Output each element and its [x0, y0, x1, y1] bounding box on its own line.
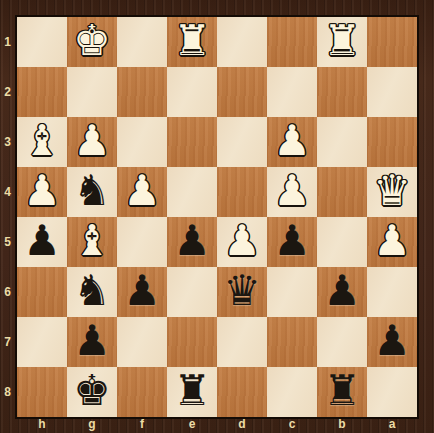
square-e8[interactable]: ♜	[167, 367, 217, 417]
square-a7[interactable]: ♟	[367, 317, 417, 367]
black-pawn-c5[interactable]: ♟	[267, 217, 317, 267]
square-g6[interactable]: ♞	[67, 267, 117, 317]
black-pawn-g7[interactable]: ♟	[67, 317, 117, 367]
square-c7[interactable]	[267, 317, 317, 367]
file-label-d: d	[217, 417, 267, 433]
chess-board: ♚♜♜♝♟♟♟♞♟♟♛♟♝♟♟♟♟♞♟♛♟♟♟♚♜♜	[17, 17, 417, 417]
black-queen-d6[interactable]: ♛	[217, 267, 267, 317]
square-f3[interactable]	[117, 117, 167, 167]
white-bishop-g5[interactable]: ♝	[67, 217, 117, 267]
square-e1[interactable]: ♜	[167, 17, 217, 67]
square-e2[interactable]	[167, 67, 217, 117]
file-label-b: b	[317, 417, 367, 433]
square-b6[interactable]: ♟	[317, 267, 367, 317]
rank-label-2: 2	[0, 67, 15, 117]
square-b5[interactable]	[317, 217, 367, 267]
square-d5[interactable]: ♟	[217, 217, 267, 267]
square-a3[interactable]	[367, 117, 417, 167]
white-pawn-c4[interactable]: ♟	[267, 167, 317, 217]
square-g8[interactable]: ♚	[67, 367, 117, 417]
square-h6[interactable]	[17, 267, 67, 317]
square-d3[interactable]	[217, 117, 267, 167]
square-a1[interactable]	[367, 17, 417, 67]
square-c4[interactable]: ♟	[267, 167, 317, 217]
black-rook-e8[interactable]: ♜	[167, 367, 217, 417]
square-a5[interactable]: ♟	[367, 217, 417, 267]
square-d6[interactable]: ♛	[217, 267, 267, 317]
square-f7[interactable]	[117, 317, 167, 367]
square-h3[interactable]: ♝	[17, 117, 67, 167]
white-pawn-f4[interactable]: ♟	[117, 167, 167, 217]
square-c6[interactable]	[267, 267, 317, 317]
square-g2[interactable]	[67, 67, 117, 117]
square-e4[interactable]	[167, 167, 217, 217]
square-c3[interactable]: ♟	[267, 117, 317, 167]
square-g1[interactable]: ♚	[67, 17, 117, 67]
file-label-c: c	[267, 417, 317, 433]
white-pawn-c3[interactable]: ♟	[267, 117, 317, 167]
square-c5[interactable]: ♟	[267, 217, 317, 267]
white-king-g1[interactable]: ♚	[67, 17, 117, 67]
square-f4[interactable]: ♟	[117, 167, 167, 217]
white-pawn-a5[interactable]: ♟	[367, 217, 417, 267]
square-b4[interactable]	[317, 167, 367, 217]
square-h7[interactable]	[17, 317, 67, 367]
square-e7[interactable]	[167, 317, 217, 367]
square-f6[interactable]: ♟	[117, 267, 167, 317]
square-g7[interactable]: ♟	[67, 317, 117, 367]
square-h5[interactable]: ♟	[17, 217, 67, 267]
rank-label-5: 5	[0, 217, 15, 267]
black-knight-g6[interactable]: ♞	[67, 267, 117, 317]
white-rook-e1[interactable]: ♜	[167, 17, 217, 67]
black-rook-b8[interactable]: ♜	[317, 367, 367, 417]
square-c1[interactable]	[267, 17, 317, 67]
black-pawn-f6[interactable]: ♟	[117, 267, 167, 317]
black-pawn-h5[interactable]: ♟	[17, 217, 67, 267]
square-f1[interactable]	[117, 17, 167, 67]
square-e6[interactable]	[167, 267, 217, 317]
white-rook-b1[interactable]: ♜	[317, 17, 367, 67]
file-label-g: g	[67, 417, 117, 433]
square-h1[interactable]	[17, 17, 67, 67]
rank-label-8: 8	[0, 367, 15, 417]
square-f2[interactable]	[117, 67, 167, 117]
black-king-g8[interactable]: ♚	[67, 367, 117, 417]
white-pawn-d5[interactable]: ♟	[217, 217, 267, 267]
board-frame: 12345678 ♚♜♜♝♟♟♟♞♟♟♛♟♝♟♟♟♟♞♟♛♟♟♟♚♜♜ hgfe…	[0, 0, 434, 433]
square-d1[interactable]	[217, 17, 267, 67]
square-g5[interactable]: ♝	[67, 217, 117, 267]
square-b7[interactable]	[317, 317, 367, 367]
square-a6[interactable]	[367, 267, 417, 317]
rank-label-3: 3	[0, 117, 15, 167]
square-h4[interactable]: ♟	[17, 167, 67, 217]
black-pawn-e5[interactable]: ♟	[167, 217, 217, 267]
file-label-h: h	[17, 417, 67, 433]
square-d7[interactable]	[217, 317, 267, 367]
square-h8[interactable]	[17, 367, 67, 417]
square-a2[interactable]	[367, 67, 417, 117]
square-a8[interactable]	[367, 367, 417, 417]
square-d2[interactable]	[217, 67, 267, 117]
rank-labels: 12345678	[0, 17, 15, 417]
square-b8[interactable]: ♜	[317, 367, 367, 417]
white-bishop-h3[interactable]: ♝	[17, 117, 67, 167]
white-queen-a4[interactable]: ♛	[367, 167, 417, 217]
square-c2[interactable]	[267, 67, 317, 117]
black-knight-g4[interactable]: ♞	[67, 167, 117, 217]
white-pawn-h4[interactable]: ♟	[17, 167, 67, 217]
square-d8[interactable]	[217, 367, 267, 417]
square-f5[interactable]	[117, 217, 167, 267]
square-a4[interactable]: ♛	[367, 167, 417, 217]
square-b2[interactable]	[317, 67, 367, 117]
square-e5[interactable]: ♟	[167, 217, 217, 267]
rank-label-7: 7	[0, 317, 15, 367]
square-d4[interactable]	[217, 167, 267, 217]
square-c8[interactable]	[267, 367, 317, 417]
rank-label-1: 1	[0, 17, 15, 67]
rank-label-4: 4	[0, 167, 15, 217]
black-pawn-b6[interactable]: ♟	[317, 267, 367, 317]
rank-label-6: 6	[0, 267, 15, 317]
white-pawn-g3[interactable]: ♟	[67, 117, 117, 167]
square-e3[interactable]	[167, 117, 217, 167]
square-f8[interactable]	[117, 367, 167, 417]
square-b3[interactable]	[317, 117, 367, 167]
square-b1[interactable]: ♜	[317, 17, 367, 67]
file-label-a: a	[367, 417, 417, 433]
file-label-e: e	[167, 417, 217, 433]
square-g3[interactable]: ♟	[67, 117, 117, 167]
square-h2[interactable]	[17, 67, 67, 117]
file-label-f: f	[117, 417, 167, 433]
black-pawn-a7[interactable]: ♟	[367, 317, 417, 367]
square-g4[interactable]: ♞	[67, 167, 117, 217]
file-labels: hgfedcba	[17, 417, 417, 433]
